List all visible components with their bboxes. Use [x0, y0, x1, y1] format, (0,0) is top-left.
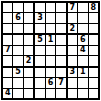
cell-r9c2-empty[interactable]: [13, 89, 22, 98]
cell-r5c8-given: 4: [78, 46, 87, 55]
cell-r7c9-empty[interactable]: [89, 68, 98, 77]
cell-r7c7-given: 3: [68, 68, 77, 77]
cell-r8c2-empty[interactable]: [13, 78, 22, 87]
cell-r5c4-empty[interactable]: [35, 46, 44, 55]
sudoku-box-1-3: 782: [68, 3, 98, 33]
cell-r2c1-empty[interactable]: [3, 13, 12, 22]
sudoku-box-3-2: 67: [35, 68, 65, 98]
cell-r7c3-empty[interactable]: [24, 68, 33, 77]
cell-r8c3-empty[interactable]: [24, 78, 33, 87]
cell-r9c9-empty[interactable]: [89, 89, 98, 98]
cell-r1c5-empty[interactable]: [46, 3, 55, 12]
cell-r8c1-empty[interactable]: [3, 78, 12, 87]
cell-r4c7-empty[interactable]: [68, 35, 77, 44]
cell-r5c1-given: 7: [3, 46, 12, 55]
cell-r3c2-empty[interactable]: [13, 24, 22, 33]
cell-r2c5-empty[interactable]: [46, 13, 55, 22]
cell-r9c1-given: 4: [3, 89, 12, 98]
cell-r7c8-given: 1: [78, 68, 87, 77]
cell-r4c9-empty[interactable]: [89, 35, 98, 44]
sudoku-board: 63782725164546731: [1, 1, 100, 100]
cell-r6c1-empty[interactable]: [3, 56, 12, 65]
cell-r3c4-empty[interactable]: [35, 24, 44, 33]
cell-r8c9-empty[interactable]: [89, 78, 98, 87]
cell-r4c4-given: 5: [35, 35, 44, 44]
cell-r3c6-empty[interactable]: [56, 24, 65, 33]
cell-r5c6-empty[interactable]: [56, 46, 65, 55]
cell-r4c3-empty[interactable]: [24, 35, 33, 44]
cell-r1c1-empty[interactable]: [3, 3, 12, 12]
cell-r2c3-empty[interactable]: [24, 13, 33, 22]
cell-r1c6-empty[interactable]: [56, 3, 65, 12]
cell-r3c7-given: 2: [68, 24, 77, 33]
cell-r6c5-empty[interactable]: [46, 56, 55, 65]
cell-r4c8-given: 6: [78, 35, 87, 44]
cell-r3c8-empty[interactable]: [78, 24, 87, 33]
cell-r6c8-empty[interactable]: [78, 56, 87, 65]
cell-r5c2-empty[interactable]: [13, 46, 22, 55]
cell-r4c2-empty[interactable]: [13, 35, 22, 44]
sudoku-box-1-1: 6: [3, 3, 33, 33]
cell-r9c4-empty[interactable]: [35, 89, 44, 98]
sudoku-box-2-3: 64: [68, 35, 98, 65]
cell-r4c5-given: 1: [46, 35, 55, 44]
cell-r4c6-empty[interactable]: [56, 35, 65, 44]
cell-r7c5-empty[interactable]: [46, 68, 55, 77]
cell-r9c6-empty[interactable]: [56, 89, 65, 98]
sudoku-box-3-3: 31: [68, 68, 98, 98]
sudoku-box-1-2: 3: [35, 3, 65, 33]
cell-r1c7-given: 7: [68, 3, 77, 12]
cell-r9c3-empty[interactable]: [24, 89, 33, 98]
cell-r6c4-empty[interactable]: [35, 56, 44, 65]
cell-r1c9-given: 8: [89, 3, 98, 12]
cell-r8c4-empty[interactable]: [35, 78, 44, 87]
cell-r8c5-given: 6: [46, 78, 55, 87]
sudoku-page: 63782725164546731: [0, 0, 101, 101]
cell-r8c7-empty[interactable]: [68, 78, 77, 87]
cell-r2c6-empty[interactable]: [56, 13, 65, 22]
cell-r2c2-given: 6: [13, 13, 22, 22]
cell-r5c9-empty[interactable]: [89, 46, 98, 55]
cell-r3c5-empty[interactable]: [46, 24, 55, 33]
cell-r5c7-empty[interactable]: [68, 46, 77, 55]
cell-r2c4-given: 3: [35, 13, 44, 22]
cell-r6c7-empty[interactable]: [68, 56, 77, 65]
cell-r6c3-given: 2: [24, 56, 33, 65]
cell-r2c8-empty[interactable]: [78, 13, 87, 22]
cell-r2c7-empty[interactable]: [68, 13, 77, 22]
cell-r2c9-empty[interactable]: [89, 13, 98, 22]
sudoku-box-2-1: 72: [3, 35, 33, 65]
cell-r9c7-empty[interactable]: [68, 89, 77, 98]
cell-r5c3-empty[interactable]: [24, 46, 33, 55]
sudoku-box-3-1: 54: [3, 68, 33, 98]
cell-r8c6-given: 7: [56, 78, 65, 87]
cell-r9c8-empty[interactable]: [78, 89, 87, 98]
cell-r1c8-empty[interactable]: [78, 3, 87, 12]
cell-r6c2-empty[interactable]: [13, 56, 22, 65]
cell-r3c3-empty[interactable]: [24, 24, 33, 33]
cell-r8c8-empty[interactable]: [78, 78, 87, 87]
cell-r7c6-empty[interactable]: [56, 68, 65, 77]
cell-r1c4-empty[interactable]: [35, 3, 44, 12]
cell-r7c1-empty[interactable]: [3, 68, 12, 77]
cell-r4c1-empty[interactable]: [3, 35, 12, 44]
cell-r9c5-empty[interactable]: [46, 89, 55, 98]
cell-r7c4-empty[interactable]: [35, 68, 44, 77]
cell-r6c6-empty[interactable]: [56, 56, 65, 65]
cell-r6c9-empty[interactable]: [89, 56, 98, 65]
cell-r7c2-given: 5: [13, 68, 22, 77]
cell-r1c2-empty[interactable]: [13, 3, 22, 12]
cell-r1c3-empty[interactable]: [24, 3, 33, 12]
cell-r5c5-empty[interactable]: [46, 46, 55, 55]
sudoku-box-2-2: 51: [35, 35, 65, 65]
cell-r3c9-empty[interactable]: [89, 24, 98, 33]
cell-r3c1-empty[interactable]: [3, 24, 12, 33]
